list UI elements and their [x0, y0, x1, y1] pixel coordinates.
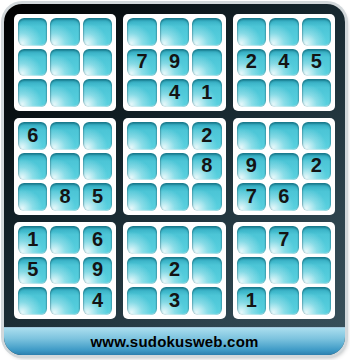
given-digit: 6 [92, 229, 103, 249]
given-digit: 9 [92, 259, 103, 279]
cell-r1c8[interactable] [269, 18, 298, 46]
cell-r8c7[interactable] [237, 257, 266, 285]
cell-r3c2[interactable] [50, 79, 79, 107]
given-digit: 5 [311, 51, 322, 71]
cell-r6c5[interactable] [160, 183, 189, 211]
sudoku-box-1 [14, 14, 116, 111]
cell-r9c2[interactable] [50, 287, 79, 315]
cell-r3c4[interactable] [127, 79, 156, 107]
cell-r5c7[interactable]: 9 [237, 153, 266, 181]
cell-r4c6[interactable]: 2 [192, 122, 221, 150]
cell-r7c8[interactable]: 7 [269, 226, 298, 254]
sudoku-box-3: 245 [233, 14, 335, 111]
cell-r4c1[interactable]: 6 [18, 122, 47, 150]
cell-r7c5[interactable] [160, 226, 189, 254]
cell-r7c1[interactable]: 1 [18, 226, 47, 254]
cell-r3c3[interactable] [83, 79, 112, 107]
given-digit: 4 [92, 290, 103, 310]
given-digit: 6 [27, 125, 38, 145]
sudoku-box-7: 16594 [14, 222, 116, 319]
cell-r9c6[interactable] [192, 287, 221, 315]
cell-r6c6[interactable] [192, 183, 221, 211]
site-url: www.sudokusweb.com [90, 333, 258, 350]
cell-r7c4[interactable] [127, 226, 156, 254]
sudoku-box-8: 23 [123, 222, 225, 319]
given-digit: 7 [136, 51, 147, 71]
given-digit: 2 [201, 125, 212, 145]
cell-r1c2[interactable] [50, 18, 79, 46]
cell-r2c1[interactable] [18, 49, 47, 77]
given-digit: 2 [246, 51, 257, 71]
cell-r3c8[interactable] [269, 79, 298, 107]
cell-r7c7[interactable] [237, 226, 266, 254]
cell-r1c6[interactable] [192, 18, 221, 46]
cell-r2c2[interactable] [50, 49, 79, 77]
sudoku-box-6: 9276 [233, 118, 335, 215]
cell-r5c4[interactable] [127, 153, 156, 181]
cell-r1c7[interactable] [237, 18, 266, 46]
cell-r1c4[interactable] [127, 18, 156, 46]
cell-r2c8[interactable]: 4 [269, 49, 298, 77]
cell-r9c3[interactable]: 4 [83, 287, 112, 315]
sudoku-page: 7941245685289276165942371 www.sudokusweb… [0, 0, 350, 360]
cell-r6c4[interactable] [127, 183, 156, 211]
cell-r2c5[interactable]: 9 [160, 49, 189, 77]
cell-r3c7[interactable] [237, 79, 266, 107]
given-digit: 8 [60, 186, 71, 206]
cell-r5c3[interactable] [83, 153, 112, 181]
cell-r8c6[interactable] [192, 257, 221, 285]
cell-r9c8[interactable] [269, 287, 298, 315]
cell-r1c3[interactable] [83, 18, 112, 46]
cell-r9c4[interactable] [127, 287, 156, 315]
cell-r2c7[interactable]: 2 [237, 49, 266, 77]
given-digit: 3 [169, 290, 180, 310]
cell-r2c9[interactable]: 5 [302, 49, 331, 77]
given-digit: 8 [201, 155, 212, 175]
cell-r6c7[interactable]: 7 [237, 183, 266, 211]
given-digit: 2 [311, 155, 322, 175]
cell-r8c5[interactable]: 2 [160, 257, 189, 285]
sudoku-board: 7941245685289276165942371 www.sudokusweb… [4, 4, 345, 355]
cell-r4c5[interactable] [160, 122, 189, 150]
cell-r8c3[interactable]: 9 [83, 257, 112, 285]
given-digit: 9 [246, 155, 257, 175]
sudoku-box-5: 28 [123, 118, 225, 215]
sudoku-box-9: 71 [233, 222, 335, 319]
cell-r7c6[interactable] [192, 226, 221, 254]
sudoku-box-4: 685 [14, 118, 116, 215]
cell-r5c8[interactable] [269, 153, 298, 181]
cell-r3c6[interactable]: 1 [192, 79, 221, 107]
cell-r8c1[interactable]: 5 [18, 257, 47, 285]
given-digit: 5 [92, 186, 103, 206]
cell-r7c3[interactable]: 6 [83, 226, 112, 254]
cell-r5c2[interactable] [50, 153, 79, 181]
cell-r2c6[interactable] [192, 49, 221, 77]
cell-r4c8[interactable] [269, 122, 298, 150]
given-digit: 7 [278, 229, 289, 249]
cell-r5c5[interactable] [160, 153, 189, 181]
cell-r8c9[interactable] [302, 257, 331, 285]
given-digit: 1 [201, 82, 212, 102]
given-digit: 6 [278, 186, 289, 206]
cell-r4c2[interactable] [50, 122, 79, 150]
cell-r9c9[interactable] [302, 287, 331, 315]
cell-r4c9[interactable] [302, 122, 331, 150]
given-digit: 4 [278, 51, 289, 71]
sudoku-box-2: 7941 [123, 14, 225, 111]
cell-r9c5[interactable]: 3 [160, 287, 189, 315]
cell-r6c1[interactable] [18, 183, 47, 211]
cell-r6c3[interactable]: 5 [83, 183, 112, 211]
cell-r4c7[interactable] [237, 122, 266, 150]
cell-r3c1[interactable] [18, 79, 47, 107]
cell-r2c4[interactable]: 7 [127, 49, 156, 77]
cell-r8c8[interactable] [269, 257, 298, 285]
given-digit: 4 [169, 82, 180, 102]
cell-r6c9[interactable] [302, 183, 331, 211]
cell-r9c7[interactable]: 1 [237, 287, 266, 315]
cell-r3c9[interactable] [302, 79, 331, 107]
cell-r8c4[interactable] [127, 257, 156, 285]
cell-r7c9[interactable] [302, 226, 331, 254]
cell-r9c1[interactable] [18, 287, 47, 315]
cell-r5c9[interactable]: 2 [302, 153, 331, 181]
cell-r4c4[interactable] [127, 122, 156, 150]
cell-r8c2[interactable] [50, 257, 79, 285]
cell-r7c2[interactable] [50, 226, 79, 254]
given-digit: 1 [27, 229, 38, 249]
cell-r1c1[interactable] [18, 18, 47, 46]
given-digit: 7 [246, 186, 257, 206]
given-digit: 5 [27, 259, 38, 279]
cell-r5c6[interactable]: 8 [192, 153, 221, 181]
cell-r6c2[interactable]: 8 [50, 183, 79, 211]
sudoku-grid: 7941245685289276165942371 [4, 4, 345, 327]
cell-r2c3[interactable] [83, 49, 112, 77]
cell-r5c1[interactable] [18, 153, 47, 181]
cell-r4c3[interactable] [83, 122, 112, 150]
given-digit: 1 [246, 290, 257, 310]
site-footer: www.sudokusweb.com [4, 327, 345, 355]
given-digit: 2 [169, 259, 180, 279]
given-digit: 9 [169, 51, 180, 71]
cell-r1c9[interactable] [302, 18, 331, 46]
cell-r1c5[interactable] [160, 18, 189, 46]
cell-r6c8[interactable]: 6 [269, 183, 298, 211]
cell-r3c5[interactable]: 4 [160, 79, 189, 107]
